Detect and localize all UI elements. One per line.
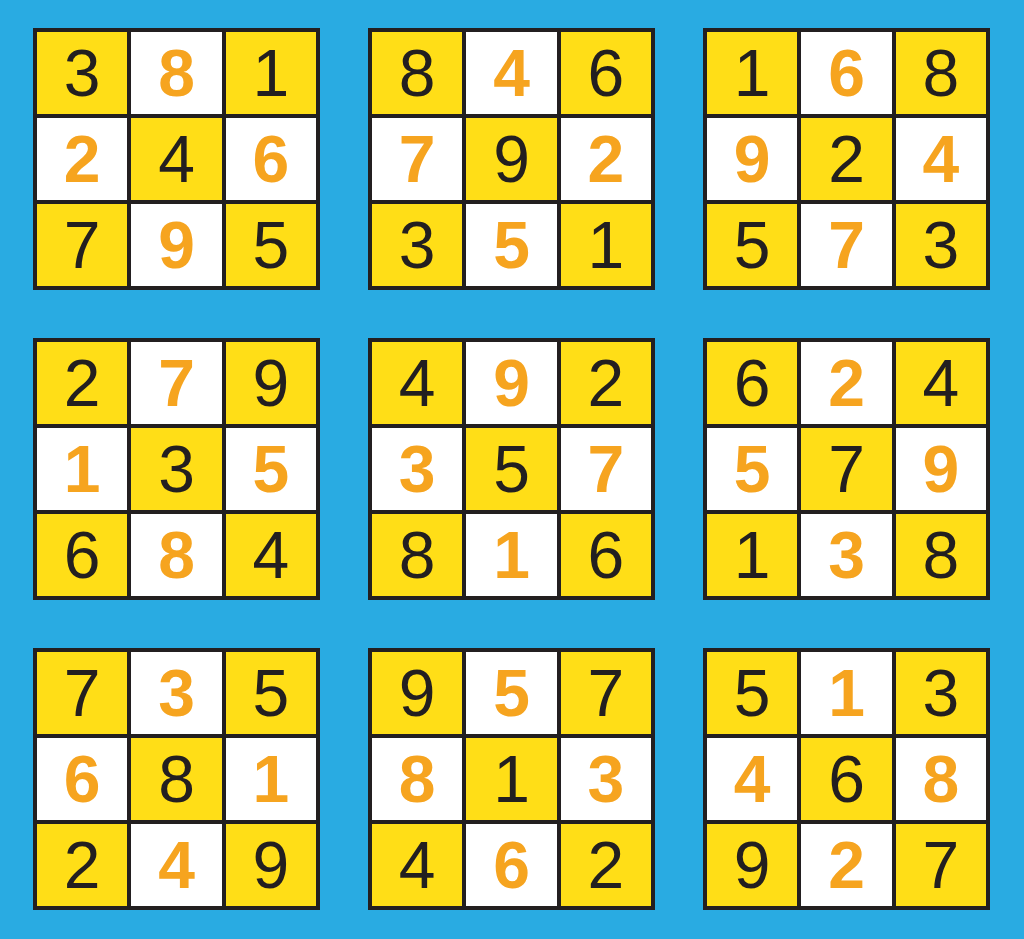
grid5-cell-r3c1: 8 xyxy=(372,514,462,596)
grid5-cell-r1c3: 2 xyxy=(561,342,651,424)
cell-digit: 5 xyxy=(734,660,771,726)
grid4-cell-r1c1: 2 xyxy=(37,342,127,424)
cell-digit: 3 xyxy=(158,436,195,502)
grid1-cell-r3c3: 5 xyxy=(226,204,316,286)
grid7-cell-r1c3: 5 xyxy=(226,652,316,734)
page-background: { "game": "number-place practice workshe… xyxy=(0,0,1024,939)
cell-digit: 2 xyxy=(828,126,865,192)
mini-grid-9: 513468927 xyxy=(703,648,990,910)
grid3-cell-r1c3: 8 xyxy=(896,32,986,114)
grid3-cell-r3c1: 5 xyxy=(707,204,797,286)
grid3-cell-r1c1: 1 xyxy=(707,32,797,114)
grid7-cell-r1c2: 3 xyxy=(131,652,221,734)
grid8-cell-r2c2: 1 xyxy=(466,738,556,820)
grid2-cell-r2c1: 7 xyxy=(372,118,462,200)
grid2-cell-r3c3: 1 xyxy=(561,204,651,286)
cell-digit: 4 xyxy=(399,832,436,898)
cell-digit: 1 xyxy=(252,40,289,106)
grid7-cell-r2c3: 1 xyxy=(226,738,316,820)
cell-digit: 9 xyxy=(252,832,289,898)
mini-grid-2: 846792351 xyxy=(368,28,655,290)
grid5-cell-r1c2: 9 xyxy=(466,342,556,424)
grid3-cell-r3c2: 7 xyxy=(801,204,891,286)
cell-digit: 7 xyxy=(828,436,865,502)
cell-digit: 8 xyxy=(922,522,959,588)
grid5-cell-r2c2: 5 xyxy=(466,428,556,510)
cell-digit: 8 xyxy=(158,40,195,106)
cell-digit: 7 xyxy=(828,212,865,278)
grid2-cell-r3c1: 3 xyxy=(372,204,462,286)
grid2-cell-r1c1: 8 xyxy=(372,32,462,114)
cell-digit: 1 xyxy=(252,746,289,812)
cell-digit: 4 xyxy=(734,746,771,812)
cell-digit: 4 xyxy=(922,126,959,192)
grid3-cell-r2c3: 4 xyxy=(896,118,986,200)
cell-digit: 8 xyxy=(158,746,195,812)
cell-digit: 6 xyxy=(64,522,101,588)
cell-digit: 1 xyxy=(64,436,101,502)
grid1-cell-r3c1: 7 xyxy=(37,204,127,286)
grid2-cell-r3c2: 5 xyxy=(466,204,556,286)
cell-digit: 6 xyxy=(828,40,865,106)
grid8-cell-r1c3: 7 xyxy=(561,652,651,734)
cell-digit: 2 xyxy=(64,350,101,416)
cell-digit: 9 xyxy=(399,660,436,726)
grid8-cell-r3c1: 4 xyxy=(372,824,462,906)
grid9-cell-r3c1: 9 xyxy=(707,824,797,906)
cell-digit: 4 xyxy=(158,126,195,192)
grid5-cell-r1c1: 4 xyxy=(372,342,462,424)
cell-digit: 1 xyxy=(493,522,530,588)
cell-digit: 6 xyxy=(587,522,624,588)
grid9-cell-r2c1: 4 xyxy=(707,738,797,820)
cell-digit: 2 xyxy=(587,350,624,416)
cell-digit: 5 xyxy=(252,436,289,502)
grid7-cell-r1c1: 7 xyxy=(37,652,127,734)
cell-digit: 8 xyxy=(158,522,195,588)
cell-digit: 9 xyxy=(493,350,530,416)
grid2-cell-r2c2: 9 xyxy=(466,118,556,200)
cell-digit: 8 xyxy=(922,746,959,812)
grid7-cell-r2c2: 8 xyxy=(131,738,221,820)
grid1-cell-r2c2: 4 xyxy=(131,118,221,200)
cell-digit: 7 xyxy=(64,660,101,726)
grid4-cell-r1c3: 9 xyxy=(226,342,316,424)
grid1-cell-r2c1: 2 xyxy=(37,118,127,200)
cell-digit: 9 xyxy=(158,212,195,278)
cell-digit: 5 xyxy=(252,212,289,278)
grid6-cell-r2c1: 5 xyxy=(707,428,797,510)
grid6-cell-r3c2: 3 xyxy=(801,514,891,596)
mini-grid-7: 735681249 xyxy=(33,648,320,910)
grid3-cell-r3c3: 3 xyxy=(896,204,986,286)
cell-digit: 8 xyxy=(399,522,436,588)
cell-digit: 9 xyxy=(734,126,771,192)
cell-digit: 6 xyxy=(828,746,865,812)
grid6-cell-r1c1: 6 xyxy=(707,342,797,424)
grid4-cell-r3c2: 8 xyxy=(131,514,221,596)
grid2-cell-r2c3: 2 xyxy=(561,118,651,200)
cell-digit: 7 xyxy=(158,350,195,416)
cell-digit: 2 xyxy=(587,126,624,192)
grid2-cell-r1c3: 6 xyxy=(561,32,651,114)
cell-digit: 7 xyxy=(64,212,101,278)
cell-digit: 1 xyxy=(828,660,865,726)
grid-collection: 381246795 846792351 168924573 279135684 … xyxy=(33,28,990,910)
cell-digit: 4 xyxy=(158,832,195,898)
grid1-cell-r1c1: 3 xyxy=(37,32,127,114)
grid8-cell-r2c3: 3 xyxy=(561,738,651,820)
cell-digit: 1 xyxy=(734,522,771,588)
grid6-cell-r3c3: 8 xyxy=(896,514,986,596)
cell-digit: 3 xyxy=(399,436,436,502)
cell-digit: 4 xyxy=(399,350,436,416)
grid6-cell-r1c3: 4 xyxy=(896,342,986,424)
grid7-cell-r2c1: 6 xyxy=(37,738,127,820)
grid7-cell-r3c3: 9 xyxy=(226,824,316,906)
grid4-cell-r3c1: 6 xyxy=(37,514,127,596)
grid4-cell-r1c2: 7 xyxy=(131,342,221,424)
cell-digit: 7 xyxy=(922,832,959,898)
mini-grid-6: 624579138 xyxy=(703,338,990,600)
grid4-cell-r2c3: 5 xyxy=(226,428,316,510)
grid6-cell-r2c3: 9 xyxy=(896,428,986,510)
grid3-cell-r2c2: 2 xyxy=(801,118,891,200)
grid5-cell-r3c3: 6 xyxy=(561,514,651,596)
cell-digit: 3 xyxy=(158,660,195,726)
cell-digit: 8 xyxy=(922,40,959,106)
grid1-cell-r3c2: 9 xyxy=(131,204,221,286)
grid4-cell-r3c3: 4 xyxy=(226,514,316,596)
grid8-cell-r1c1: 9 xyxy=(372,652,462,734)
grid5-cell-r2c3: 7 xyxy=(561,428,651,510)
cell-digit: 6 xyxy=(64,746,101,812)
grid3-cell-r1c2: 6 xyxy=(801,32,891,114)
cell-digit: 9 xyxy=(493,126,530,192)
grid8-cell-r2c1: 8 xyxy=(372,738,462,820)
cell-digit: 1 xyxy=(587,212,624,278)
grid9-cell-r1c2: 1 xyxy=(801,652,891,734)
cell-digit: 5 xyxy=(493,212,530,278)
cell-digit: 6 xyxy=(493,832,530,898)
grid9-cell-r2c2: 6 xyxy=(801,738,891,820)
cell-digit: 6 xyxy=(734,350,771,416)
cell-digit: 1 xyxy=(493,746,530,812)
grid8-cell-r3c2: 6 xyxy=(466,824,556,906)
grid4-cell-r2c1: 1 xyxy=(37,428,127,510)
grid9-cell-r1c3: 3 xyxy=(896,652,986,734)
cell-digit: 5 xyxy=(493,660,530,726)
cell-digit: 2 xyxy=(828,832,865,898)
grid9-cell-r3c2: 2 xyxy=(801,824,891,906)
cell-digit: 7 xyxy=(399,126,436,192)
grid7-cell-r3c1: 2 xyxy=(37,824,127,906)
cell-digit: 3 xyxy=(922,212,959,278)
grid2-cell-r1c2: 4 xyxy=(466,32,556,114)
cell-digit: 7 xyxy=(587,660,624,726)
cell-digit: 7 xyxy=(587,436,624,502)
grid9-cell-r3c3: 7 xyxy=(896,824,986,906)
cell-digit: 3 xyxy=(399,212,436,278)
grid1-cell-r2c3: 6 xyxy=(226,118,316,200)
cell-digit: 9 xyxy=(734,832,771,898)
grid8-cell-r3c3: 2 xyxy=(561,824,651,906)
grid1-cell-r1c3: 1 xyxy=(226,32,316,114)
cell-digit: 8 xyxy=(399,746,436,812)
grid6-cell-r1c2: 2 xyxy=(801,342,891,424)
cell-digit: 2 xyxy=(828,350,865,416)
grid5-cell-r2c1: 3 xyxy=(372,428,462,510)
grid5-cell-r3c2: 1 xyxy=(466,514,556,596)
cell-digit: 5 xyxy=(252,660,289,726)
cell-digit: 1 xyxy=(734,40,771,106)
grid9-cell-r2c3: 8 xyxy=(896,738,986,820)
mini-grid-1: 381246795 xyxy=(33,28,320,290)
cell-digit: 3 xyxy=(64,40,101,106)
cell-digit: 6 xyxy=(587,40,624,106)
cell-digit: 5 xyxy=(734,212,771,278)
cell-digit: 3 xyxy=(587,746,624,812)
grid7-cell-r3c2: 4 xyxy=(131,824,221,906)
grid1-cell-r1c2: 8 xyxy=(131,32,221,114)
mini-grid-8: 957813462 xyxy=(368,648,655,910)
cell-digit: 4 xyxy=(922,350,959,416)
grid6-cell-r3c1: 1 xyxy=(707,514,797,596)
mini-grid-4: 279135684 xyxy=(33,338,320,600)
grid4-cell-r2c2: 3 xyxy=(131,428,221,510)
cell-digit: 2 xyxy=(587,832,624,898)
cell-digit: 3 xyxy=(922,660,959,726)
cell-digit: 3 xyxy=(828,522,865,588)
cell-digit: 5 xyxy=(493,436,530,502)
mini-grid-5: 492357816 xyxy=(368,338,655,600)
grid3-cell-r2c1: 9 xyxy=(707,118,797,200)
cell-digit: 2 xyxy=(64,832,101,898)
cell-digit: 4 xyxy=(252,522,289,588)
grid9-cell-r1c1: 5 xyxy=(707,652,797,734)
cell-digit: 4 xyxy=(493,40,530,106)
cell-digit: 8 xyxy=(399,40,436,106)
cell-digit: 5 xyxy=(734,436,771,502)
cell-digit: 9 xyxy=(252,350,289,416)
cell-digit: 2 xyxy=(64,126,101,192)
cell-digit: 9 xyxy=(922,436,959,502)
cell-digit: 6 xyxy=(252,126,289,192)
mini-grid-3: 168924573 xyxy=(703,28,990,290)
grid6-cell-r2c2: 7 xyxy=(801,428,891,510)
grid8-cell-r1c2: 5 xyxy=(466,652,556,734)
